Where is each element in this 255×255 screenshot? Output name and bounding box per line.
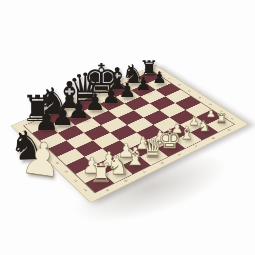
piece-black-pawn[interactable]: ♟ bbox=[135, 75, 151, 93]
piece-white-rook[interactable]: ♜ bbox=[89, 160, 112, 186]
piece-black-pawn[interactable]: ♟ bbox=[152, 70, 166, 86]
piece-white-knight[interactable]: ♞ bbox=[197, 119, 210, 134]
piece-black-pawn[interactable]: ♟ bbox=[118, 80, 136, 100]
off-board-piece-white-pawn[interactable]: ♟ bbox=[19, 134, 65, 184]
piece-white-rook[interactable]: ♜ bbox=[215, 112, 227, 125]
product-photo-stage: abcdefgh abcdefgh 87654321 87654321 ♜♞♝♛… bbox=[0, 0, 255, 255]
